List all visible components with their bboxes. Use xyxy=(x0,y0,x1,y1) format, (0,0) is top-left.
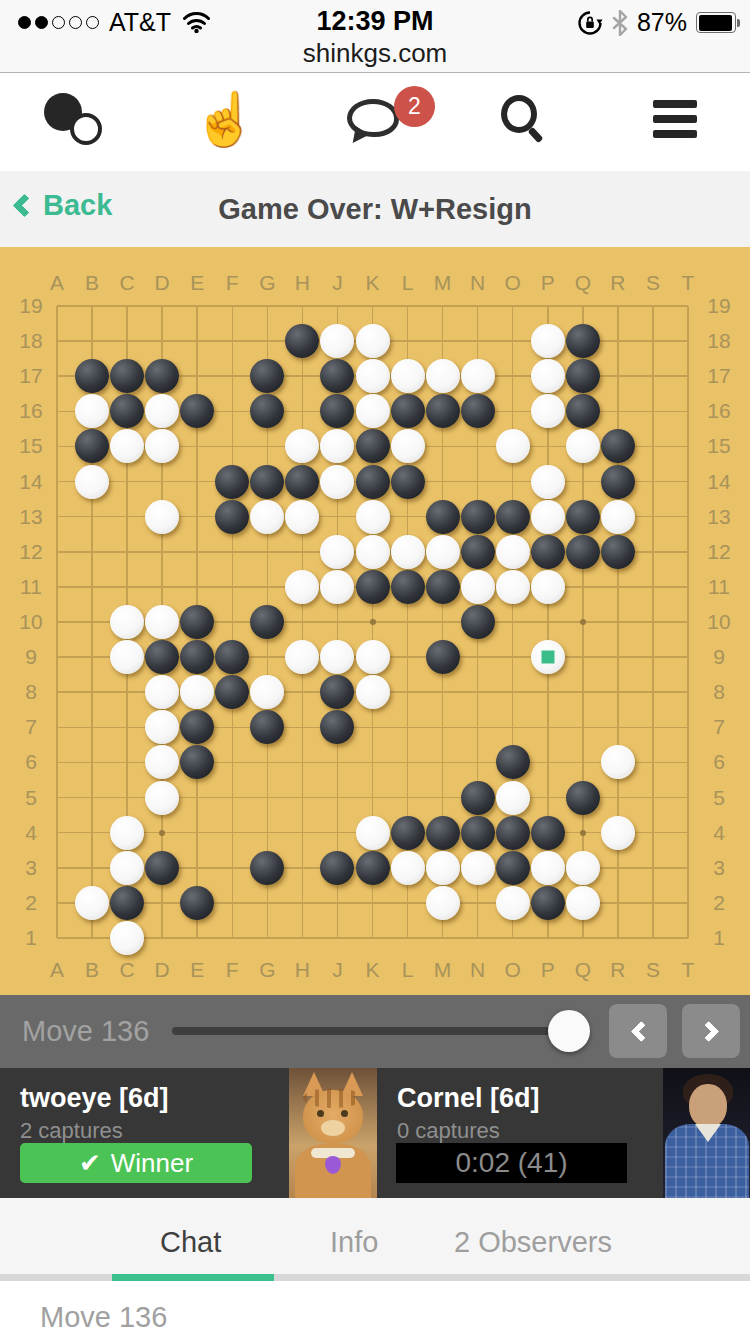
board-row-label: 7 xyxy=(713,715,725,739)
stone-H15 xyxy=(285,429,319,463)
stone-K3 xyxy=(356,851,390,885)
battery-icon xyxy=(696,12,736,33)
board-row-label: 10 xyxy=(707,610,730,634)
board-row-label: 17 xyxy=(707,364,730,388)
board-col-label: B xyxy=(85,958,99,982)
board-col-label: Q xyxy=(575,958,591,982)
stone-R15 xyxy=(601,429,635,463)
stone-E2 xyxy=(180,886,214,920)
stone-J18 xyxy=(320,324,354,358)
stone-G8 xyxy=(250,675,284,709)
stone-M16 xyxy=(426,394,460,428)
stone-M13 xyxy=(426,500,460,534)
stone-C15 xyxy=(110,429,144,463)
board-row-label: 6 xyxy=(25,750,37,774)
board-col-label: J xyxy=(332,958,343,982)
board-row-label: 13 xyxy=(19,505,42,529)
stone-B14 xyxy=(75,465,109,499)
tab-search[interactable] xyxy=(450,74,600,164)
board-col-label: D xyxy=(155,271,170,295)
board-row-label: 2 xyxy=(25,891,37,915)
board-row-label: 13 xyxy=(707,505,730,529)
stone-C9 xyxy=(110,640,144,674)
board-col-label: O xyxy=(505,271,521,295)
board-col-label: E xyxy=(190,958,204,982)
stone-L3 xyxy=(391,851,425,885)
search-icon xyxy=(499,93,551,145)
stone-O3 xyxy=(496,851,530,885)
stone-O11 xyxy=(496,570,530,604)
status-bar: AT&T 12:39 PM 87% shinkgs xyxy=(0,0,750,73)
stone-K18 xyxy=(356,324,390,358)
board-row-label: 16 xyxy=(707,399,730,423)
check-icon: ✔ xyxy=(79,1148,101,1179)
board-col-label: S xyxy=(646,271,660,295)
stone-K13 xyxy=(356,500,390,534)
rotation-lock-icon xyxy=(577,10,603,36)
player-white-name: Cornel [6d] xyxy=(397,1083,540,1114)
board-col-label: N xyxy=(470,271,485,295)
stone-M11 xyxy=(426,570,460,604)
stone-R13 xyxy=(601,500,635,534)
go-stones-icon xyxy=(44,93,106,145)
stone-L11 xyxy=(391,570,425,604)
stone-C16 xyxy=(110,394,144,428)
board-row-label: 1 xyxy=(25,926,37,950)
stone-C17 xyxy=(110,359,144,393)
stone-N13 xyxy=(461,500,495,534)
chat-log: Move 136 xyxy=(0,1281,750,1334)
stone-O2 xyxy=(496,886,530,920)
stone-J17 xyxy=(320,359,354,393)
stone-B2 xyxy=(75,886,109,920)
stone-E6 xyxy=(180,745,214,779)
stone-D3 xyxy=(145,851,179,885)
board-row-label: 4 xyxy=(25,821,37,845)
stone-K16 xyxy=(356,394,390,428)
board-col-label: Q xyxy=(575,271,591,295)
player-black-captures: 2 captures xyxy=(20,1118,123,1144)
tab-menu[interactable] xyxy=(600,74,750,164)
board-row-label: 18 xyxy=(19,329,42,353)
cat-stripes xyxy=(303,1088,363,1108)
star-point xyxy=(370,619,376,625)
player-black-name: twoeye [6d] xyxy=(20,1083,169,1114)
board-col-label: R xyxy=(610,271,625,295)
board-col-label: F xyxy=(226,958,239,982)
stone-J8 xyxy=(320,675,354,709)
board-row-label: 18 xyxy=(707,329,730,353)
stone-K17 xyxy=(356,359,390,393)
chat-badge: 2 xyxy=(394,86,435,127)
board-row-label: 9 xyxy=(713,645,725,669)
board-col-label: P xyxy=(541,271,555,295)
stone-J12 xyxy=(320,535,354,569)
stone-J15 xyxy=(320,429,354,463)
board-row-label: 3 xyxy=(25,856,37,880)
board-col-label: R xyxy=(610,958,625,982)
stone-J14 xyxy=(320,465,354,499)
stone-P12 xyxy=(531,535,565,569)
game-result-title: Game Over: W+Resign xyxy=(0,193,750,226)
stone-E10 xyxy=(180,605,214,639)
stone-P14 xyxy=(531,465,565,499)
stone-M12 xyxy=(426,535,460,569)
board-col-label: K xyxy=(365,271,379,295)
stone-N3 xyxy=(461,851,495,885)
stone-N12 xyxy=(461,535,495,569)
board-col-label: O xyxy=(505,958,521,982)
chevron-left-icon xyxy=(630,1020,651,1041)
board-col-label: M xyxy=(434,271,452,295)
battery-percent-label: 87% xyxy=(637,8,687,37)
star-point xyxy=(580,830,586,836)
stone-B17 xyxy=(75,359,109,393)
player-right-avatar xyxy=(663,1068,750,1198)
stone-N5 xyxy=(461,781,495,815)
board-row-label: 7 xyxy=(25,715,37,739)
tab-play[interactable]: ☝ xyxy=(150,74,300,164)
stone-J7 xyxy=(320,710,354,744)
stone-E16 xyxy=(180,394,214,428)
stone-C10 xyxy=(110,605,144,639)
stone-B16 xyxy=(75,394,109,428)
game-header: Back Game Over: W+Resign xyxy=(0,171,750,247)
stone-Q5 xyxy=(566,781,600,815)
board-grid-line xyxy=(57,937,688,939)
stone-D16 xyxy=(145,394,179,428)
site-url: shinkgs.com xyxy=(0,38,750,69)
board-row-label: 19 xyxy=(707,294,730,318)
prev-move-button[interactable] xyxy=(609,1004,667,1058)
stone-O6 xyxy=(496,745,530,779)
board-row-label: 1 xyxy=(713,926,725,950)
stone-R6 xyxy=(601,745,635,779)
stone-M4 xyxy=(426,816,460,850)
stone-L15 xyxy=(391,429,425,463)
main-nav-bar: ☝ 2 xyxy=(0,74,750,170)
stone-M3 xyxy=(426,851,460,885)
stone-P16 xyxy=(531,394,565,428)
move-number-label: Move 136 xyxy=(22,1015,149,1048)
go-board[interactable]: AABBCCDDEEFFGGHHJJKKLLMMNNOOPPQQRRSSTT19… xyxy=(0,247,750,995)
stone-N16 xyxy=(461,394,495,428)
stone-L12 xyxy=(391,535,425,569)
stone-G10 xyxy=(250,605,284,639)
board-col-label: J xyxy=(332,271,343,295)
chevron-right-icon xyxy=(698,1020,719,1041)
board-row-label: 2 xyxy=(713,891,725,915)
cat-muzzle xyxy=(321,1120,345,1136)
board-col-label: L xyxy=(402,958,414,982)
stone-K9 xyxy=(356,640,390,674)
stone-O12 xyxy=(496,535,530,569)
stone-J3 xyxy=(320,851,354,885)
stone-F14 xyxy=(215,465,249,499)
stone-Q16 xyxy=(566,394,600,428)
stone-D5 xyxy=(145,781,179,815)
stone-K4 xyxy=(356,816,390,850)
stone-M17 xyxy=(426,359,460,393)
board-row-label: 6 xyxy=(713,750,725,774)
board-col-label: H xyxy=(295,271,310,295)
board-col-label: P xyxy=(541,958,555,982)
stone-H18 xyxy=(285,324,319,358)
stone-D8 xyxy=(145,675,179,709)
board-row-label: 4 xyxy=(713,821,725,845)
stone-J11 xyxy=(320,570,354,604)
player-left-avatar xyxy=(289,1068,377,1198)
stone-E7 xyxy=(180,710,214,744)
status-right: 87% xyxy=(577,8,736,37)
star-point xyxy=(580,619,586,625)
stone-G3 xyxy=(250,851,284,885)
stone-N11 xyxy=(461,570,495,604)
stone-F9 xyxy=(215,640,249,674)
stone-R14 xyxy=(601,465,635,499)
stone-Q17 xyxy=(566,359,600,393)
stone-P4 xyxy=(531,816,565,850)
board-grid-line xyxy=(687,306,689,938)
tab-observers[interactable]: 2 Observers xyxy=(454,1226,612,1259)
stone-M9 xyxy=(426,640,460,674)
cat-eye xyxy=(317,1110,324,1117)
stone-D15 xyxy=(145,429,179,463)
board-row-label: 8 xyxy=(713,680,725,704)
bluetooth-icon xyxy=(612,10,628,36)
stone-L14 xyxy=(391,465,425,499)
stone-C4 xyxy=(110,816,144,850)
board-row-label: 14 xyxy=(707,470,730,494)
stone-E8 xyxy=(180,675,214,709)
hand-pointer-icon: ☝ xyxy=(193,93,258,145)
board-col-label: S xyxy=(646,958,660,982)
stone-K14 xyxy=(356,465,390,499)
stone-G14 xyxy=(250,465,284,499)
board-row-label: 15 xyxy=(19,434,42,458)
stone-R12 xyxy=(601,535,635,569)
tab-chat-bottom[interactable]: Chat xyxy=(160,1226,221,1259)
stone-P2 xyxy=(531,886,565,920)
board-grid-line xyxy=(652,306,654,938)
board-row-label: 15 xyxy=(707,434,730,458)
man-face xyxy=(689,1084,727,1128)
stone-Q18 xyxy=(566,324,600,358)
stone-O5 xyxy=(496,781,530,815)
stone-P9 xyxy=(531,640,565,674)
board-col-label: A xyxy=(50,271,64,295)
stone-P13 xyxy=(531,500,565,534)
stone-F13 xyxy=(215,500,249,534)
board-row-label: 12 xyxy=(707,540,730,564)
stone-D13 xyxy=(145,500,179,534)
board-row-label: 17 xyxy=(19,364,42,388)
next-move-button[interactable] xyxy=(682,1004,740,1058)
stone-D9 xyxy=(145,640,179,674)
board-row-label: 5 xyxy=(25,786,37,810)
stone-D7 xyxy=(145,710,179,744)
stone-H11 xyxy=(285,570,319,604)
stone-Q2 xyxy=(566,886,600,920)
stone-F8 xyxy=(215,675,249,709)
move-slider-thumb[interactable] xyxy=(548,1010,590,1052)
stone-N4 xyxy=(461,816,495,850)
stone-B15 xyxy=(75,429,109,463)
stone-J9 xyxy=(320,640,354,674)
stone-E9 xyxy=(180,640,214,674)
app-screen: AT&T 12:39 PM 87% shinkgs xyxy=(0,0,750,1334)
stone-H9 xyxy=(285,640,319,674)
stone-G13 xyxy=(250,500,284,534)
stone-P18 xyxy=(531,324,565,358)
bottom-tab-bar: Chat Info 2 Observers xyxy=(0,1198,750,1281)
stone-Q3 xyxy=(566,851,600,885)
stone-L4 xyxy=(391,816,425,850)
board-col-label: A xyxy=(50,958,64,982)
stone-K12 xyxy=(356,535,390,569)
last-move-marker xyxy=(541,651,554,664)
stone-D17 xyxy=(145,359,179,393)
stone-R4 xyxy=(601,816,635,850)
stone-Q13 xyxy=(566,500,600,534)
board-row-label: 19 xyxy=(19,294,42,318)
stone-P11 xyxy=(531,570,565,604)
hamburger-menu-icon xyxy=(653,93,697,145)
board-col-label: F xyxy=(226,271,239,295)
board-col-label: M xyxy=(434,958,452,982)
cat-eye xyxy=(341,1110,348,1117)
stone-G17 xyxy=(250,359,284,393)
stone-O4 xyxy=(496,816,530,850)
stone-K15 xyxy=(356,429,390,463)
stone-K8 xyxy=(356,675,390,709)
board-row-label: 9 xyxy=(25,645,37,669)
board-col-label: N xyxy=(470,958,485,982)
board-row-label: 12 xyxy=(19,540,42,564)
board-col-label: T xyxy=(682,271,695,295)
tab-chat[interactable]: 2 xyxy=(300,74,450,164)
board-row-label: 10 xyxy=(19,610,42,634)
active-tab-underline xyxy=(112,1274,274,1281)
board-col-label: C xyxy=(120,271,135,295)
tab-game-board[interactable] xyxy=(0,74,150,164)
board-col-label: K xyxy=(365,958,379,982)
stone-Q15 xyxy=(566,429,600,463)
stone-Q12 xyxy=(566,535,600,569)
move-slider-track[interactable] xyxy=(172,1027,590,1035)
player-clock: 0:02 (41) xyxy=(396,1143,627,1183)
board-row-label: 14 xyxy=(19,470,42,494)
stone-N17 xyxy=(461,359,495,393)
stone-G7 xyxy=(250,710,284,744)
stone-P3 xyxy=(531,851,565,885)
board-col-label: G xyxy=(259,958,275,982)
tab-info[interactable]: Info xyxy=(330,1226,378,1259)
stone-H14 xyxy=(285,465,319,499)
stone-C1 xyxy=(110,921,144,955)
stone-L17 xyxy=(391,359,425,393)
stone-G16 xyxy=(250,394,284,428)
stone-C3 xyxy=(110,851,144,885)
stone-J16 xyxy=(320,394,354,428)
board-col-label: D xyxy=(155,958,170,982)
stone-O15 xyxy=(496,429,530,463)
stone-N10 xyxy=(461,605,495,639)
board-row-label: 8 xyxy=(25,680,37,704)
board-col-label: C xyxy=(120,958,135,982)
chat-last-line: Move 136 xyxy=(40,1301,167,1334)
stone-D10 xyxy=(145,605,179,639)
player-white-captures: 0 captures xyxy=(397,1118,500,1144)
stone-C2 xyxy=(110,886,144,920)
board-row-label: 3 xyxy=(713,856,725,880)
stone-K11 xyxy=(356,570,390,604)
stone-L16 xyxy=(391,394,425,428)
board-row-label: 16 xyxy=(19,399,42,423)
stone-D6 xyxy=(145,745,179,779)
stone-O13 xyxy=(496,500,530,534)
board-col-label: T xyxy=(682,958,695,982)
board-col-label: L xyxy=(402,271,414,295)
stone-M2 xyxy=(426,886,460,920)
board-row-label: 5 xyxy=(713,786,725,810)
star-point xyxy=(159,830,165,836)
board-col-label: G xyxy=(259,271,275,295)
players-panel: twoeye [6d] 2 captures ✔ Winner Cornel [… xyxy=(0,1068,750,1198)
winner-badge: ✔ Winner xyxy=(20,1143,252,1183)
stone-P17 xyxy=(531,359,565,393)
board-row-label: 11 xyxy=(708,575,730,599)
stone-H13 xyxy=(285,500,319,534)
board-row-label: 11 xyxy=(20,575,42,599)
board-col-label: B xyxy=(85,271,99,295)
board-col-label: E xyxy=(190,271,204,295)
board-col-label: H xyxy=(295,958,310,982)
